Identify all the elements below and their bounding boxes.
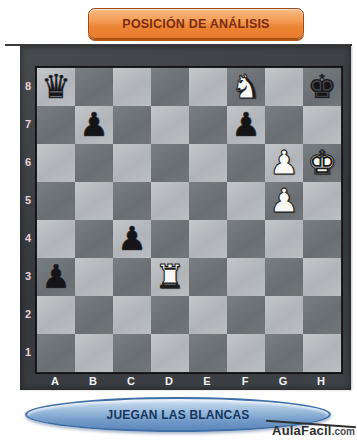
square-c2[interactable] <box>113 296 151 334</box>
white-knight: ♞ <box>231 68 261 106</box>
square-g2[interactable] <box>265 296 303 334</box>
square-a6[interactable] <box>37 144 75 182</box>
chess-board: 87654321 ♛♞♚♟♟♟♚♟♟♟♜ ABCDEFGH <box>20 46 351 390</box>
square-f3[interactable] <box>227 258 265 296</box>
square-c8[interactable] <box>113 68 151 106</box>
square-g4[interactable] <box>265 220 303 258</box>
square-d8[interactable] <box>151 68 189 106</box>
file-label-g: G <box>264 372 302 390</box>
square-e5[interactable] <box>189 182 227 220</box>
square-f1[interactable] <box>227 334 265 372</box>
file-label-c: C <box>112 372 150 390</box>
square-f4[interactable] <box>227 220 265 258</box>
white-king: ♚ <box>307 144 337 182</box>
square-h4[interactable] <box>303 220 341 258</box>
square-a4[interactable] <box>37 220 75 258</box>
file-label-b: B <box>74 372 112 390</box>
square-g1[interactable] <box>265 334 303 372</box>
square-d1[interactable] <box>151 334 189 372</box>
square-e7[interactable] <box>189 106 227 144</box>
square-b5[interactable] <box>75 182 113 220</box>
square-f5[interactable] <box>227 182 265 220</box>
square-d6[interactable] <box>151 144 189 182</box>
square-h1[interactable] <box>303 334 341 372</box>
square-a5[interactable] <box>37 182 75 220</box>
rank-label-8: 8 <box>20 67 36 105</box>
square-h2[interactable] <box>303 296 341 334</box>
square-b4[interactable] <box>75 220 113 258</box>
black-pawn: ♟ <box>79 106 109 144</box>
file-label-f: F <box>226 372 264 390</box>
black-pawn: ♟ <box>231 106 261 144</box>
square-f8[interactable]: ♞ <box>227 68 265 106</box>
square-d4[interactable] <box>151 220 189 258</box>
black-queen: ♛ <box>41 68 71 106</box>
rank-label-4: 4 <box>20 219 36 257</box>
black-pawn: ♟ <box>41 258 71 296</box>
analysis-diagram: POSICIÓN DE ANÁLISIS 87654321 ♛♞♚♟♟♟♚♟♟♟… <box>0 0 357 443</box>
square-d3[interactable]: ♜ <box>151 258 189 296</box>
rank-label-7: 7 <box>20 105 36 143</box>
square-e6[interactable] <box>189 144 227 182</box>
square-b1[interactable] <box>75 334 113 372</box>
rank-label-1: 1 <box>20 333 36 371</box>
rank-label-5: 5 <box>20 181 36 219</box>
file-label-e: E <box>188 372 226 390</box>
square-b3[interactable] <box>75 258 113 296</box>
square-g5[interactable]: ♟ <box>265 182 303 220</box>
square-f7[interactable]: ♟ <box>227 106 265 144</box>
white-pawn: ♟ <box>269 182 299 220</box>
square-h6[interactable]: ♚ <box>303 144 341 182</box>
black-king: ♚ <box>307 68 337 106</box>
square-a1[interactable] <box>37 334 75 372</box>
square-b7[interactable]: ♟ <box>75 106 113 144</box>
aulafacil-logo: AulaFacil .com <box>272 423 355 438</box>
rank-label-2: 2 <box>20 295 36 333</box>
square-c5[interactable] <box>113 182 151 220</box>
rank-label-6: 6 <box>20 143 36 181</box>
square-a2[interactable] <box>37 296 75 334</box>
board-squares: ♛♞♚♟♟♟♚♟♟♟♜ <box>36 67 342 373</box>
rank-label-3: 3 <box>20 257 36 295</box>
square-h5[interactable] <box>303 182 341 220</box>
black-pawn: ♟ <box>117 220 147 258</box>
square-e1[interactable] <box>189 334 227 372</box>
square-e4[interactable] <box>189 220 227 258</box>
square-h7[interactable] <box>303 106 341 144</box>
square-f6[interactable] <box>227 144 265 182</box>
position-title-label: POSICIÓN DE ANÁLISIS <box>122 17 269 31</box>
square-b2[interactable] <box>75 296 113 334</box>
white-pawn: ♟ <box>269 144 299 182</box>
side-to-move-label: JUEGAN LAS BLANCAS <box>107 408 250 422</box>
square-d7[interactable] <box>151 106 189 144</box>
square-a3[interactable]: ♟ <box>37 258 75 296</box>
square-b6[interactable] <box>75 144 113 182</box>
square-e3[interactable] <box>189 258 227 296</box>
square-h8[interactable]: ♚ <box>303 68 341 106</box>
file-label-h: H <box>302 372 340 390</box>
square-c7[interactable] <box>113 106 151 144</box>
square-e8[interactable] <box>189 68 227 106</box>
square-g6[interactable]: ♟ <box>265 144 303 182</box>
file-label-d: D <box>150 372 188 390</box>
file-label-a: A <box>36 372 74 390</box>
square-f2[interactable] <box>227 296 265 334</box>
square-d5[interactable] <box>151 182 189 220</box>
square-c6[interactable] <box>113 144 151 182</box>
square-c1[interactable] <box>113 334 151 372</box>
white-rook: ♜ <box>155 258 185 296</box>
square-h3[interactable] <box>303 258 341 296</box>
file-labels: ABCDEFGH <box>36 372 340 390</box>
square-c4[interactable]: ♟ <box>113 220 151 258</box>
square-g7[interactable] <box>265 106 303 144</box>
square-g8[interactable] <box>265 68 303 106</box>
square-e2[interactable] <box>189 296 227 334</box>
position-title-banner: POSICIÓN DE ANÁLISIS <box>88 8 304 39</box>
rank-labels: 87654321 <box>20 67 36 371</box>
square-a8[interactable]: ♛ <box>37 68 75 106</box>
square-d2[interactable] <box>151 296 189 334</box>
square-b8[interactable] <box>75 68 113 106</box>
square-c3[interactable] <box>113 258 151 296</box>
square-g3[interactable] <box>265 258 303 296</box>
square-a7[interactable] <box>37 106 75 144</box>
